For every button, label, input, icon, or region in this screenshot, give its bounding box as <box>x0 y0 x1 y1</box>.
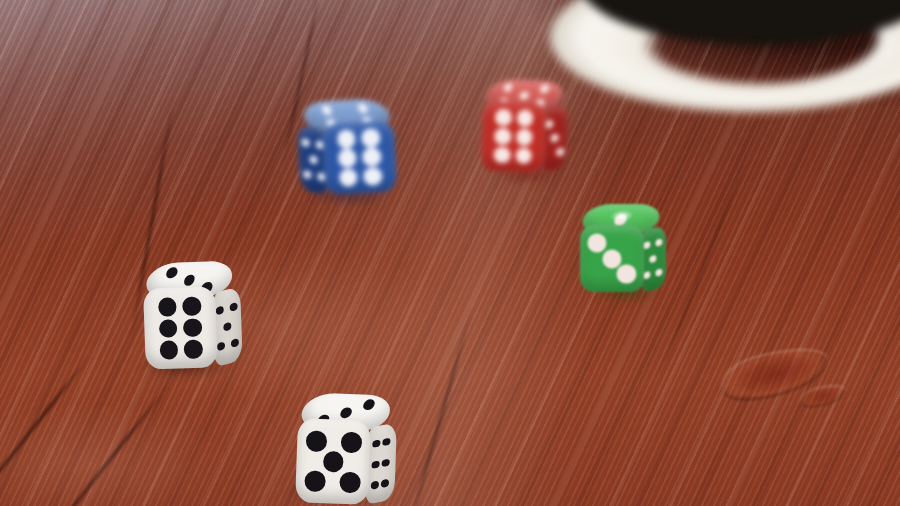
pip <box>643 270 650 279</box>
pip <box>494 128 511 145</box>
pip <box>516 128 533 145</box>
pip <box>182 296 201 315</box>
pip <box>304 471 325 492</box>
pip <box>493 147 510 164</box>
pip <box>158 297 177 316</box>
pip <box>643 241 650 250</box>
pip <box>495 109 512 126</box>
pip <box>306 430 327 451</box>
die-white-left <box>142 260 243 369</box>
table-scene <box>0 0 900 506</box>
pip <box>356 103 369 113</box>
pip <box>656 268 663 277</box>
pip <box>309 155 318 164</box>
pip <box>158 319 177 338</box>
pip <box>602 249 621 268</box>
pip <box>556 147 564 156</box>
pip <box>338 407 353 418</box>
pip <box>338 148 358 168</box>
pip <box>382 458 390 467</box>
dice-layer <box>0 0 900 506</box>
die-white-bottom-face-front-5 <box>295 419 371 505</box>
pip <box>382 437 390 446</box>
pip <box>515 147 532 164</box>
pip <box>165 267 179 278</box>
pip <box>361 128 381 148</box>
pip <box>339 472 360 493</box>
die-red-face-front-6 <box>480 101 546 173</box>
pip <box>545 120 553 129</box>
pip <box>339 168 359 188</box>
pip <box>303 170 312 179</box>
pip <box>184 340 203 359</box>
pip <box>183 274 197 285</box>
pip <box>229 302 237 312</box>
pip <box>320 105 333 115</box>
pip <box>362 147 382 167</box>
pip <box>159 341 178 360</box>
pip <box>341 432 362 453</box>
pip <box>649 254 656 263</box>
pip <box>381 479 389 488</box>
pip <box>372 439 380 448</box>
pip <box>656 238 663 247</box>
die-green-face-side-5 <box>640 225 666 292</box>
die-green-face-front-3 <box>580 225 644 292</box>
pip <box>323 451 344 472</box>
pip <box>617 264 636 283</box>
pip <box>301 138 310 147</box>
pip <box>372 460 380 469</box>
pip <box>516 110 533 127</box>
die-blue-face-front-6 <box>322 120 397 195</box>
pip <box>539 84 551 93</box>
pip <box>223 321 231 331</box>
pip <box>588 234 607 253</box>
pip <box>216 341 224 351</box>
pip <box>519 91 531 100</box>
die-white-bottom <box>295 392 398 505</box>
die-white-left-face-front-6 <box>143 287 218 370</box>
pip <box>371 481 379 490</box>
pip <box>503 83 515 92</box>
pip <box>551 134 559 143</box>
specular-highlight <box>605 208 640 224</box>
die-blue <box>296 98 398 197</box>
pip <box>215 305 223 315</box>
pip <box>230 337 238 347</box>
pip <box>361 399 376 410</box>
pip <box>337 129 357 149</box>
pip <box>363 166 383 186</box>
die-red <box>480 79 569 174</box>
pip <box>183 318 202 337</box>
die-green <box>580 204 666 292</box>
